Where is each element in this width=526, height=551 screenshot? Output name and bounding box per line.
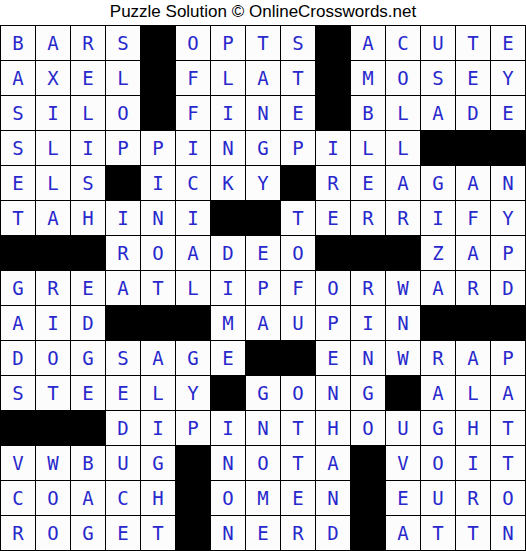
letter-cell: T <box>281 411 316 446</box>
letter-cell: T <box>491 411 526 446</box>
letter-cell: Z <box>421 236 456 271</box>
black-cell <box>176 481 211 516</box>
letter-cell: G <box>351 376 386 411</box>
letter-cell: O <box>211 481 246 516</box>
letter-cell: I <box>36 306 71 341</box>
letter-cell: B <box>71 446 106 481</box>
black-cell <box>316 96 351 131</box>
letter-cell: S <box>1 131 36 166</box>
letter-cell: F <box>281 271 316 306</box>
letter-cell: I <box>316 131 351 166</box>
letter-cell: L <box>386 96 421 131</box>
black-cell <box>71 236 106 271</box>
black-cell <box>141 306 176 341</box>
black-cell <box>351 481 386 516</box>
black-cell <box>316 236 351 271</box>
letter-cell: B <box>351 96 386 131</box>
letter-cell: T <box>456 516 491 551</box>
letter-cell: T <box>36 376 71 411</box>
letter-cell: O <box>36 516 71 551</box>
letter-cell: A <box>421 271 456 306</box>
black-cell <box>281 166 316 201</box>
letter-cell: O <box>351 411 386 446</box>
letter-cell: I <box>106 201 141 236</box>
letter-cell: E <box>106 516 141 551</box>
letter-cell: A <box>421 376 456 411</box>
letter-cell: I <box>211 96 246 131</box>
letter-cell: O <box>386 61 421 96</box>
black-cell <box>456 131 491 166</box>
letter-cell: P <box>316 306 351 341</box>
letter-cell: O <box>281 376 316 411</box>
letter-cell: I <box>141 411 176 446</box>
letter-cell: N <box>211 131 246 166</box>
letter-cell: V <box>1 446 36 481</box>
letter-cell: L <box>176 271 211 306</box>
letter-cell: A <box>246 61 281 96</box>
letter-cell: A <box>456 166 491 201</box>
letter-cell: T <box>1 201 36 236</box>
black-cell <box>351 236 386 271</box>
letter-cell: E <box>1 166 36 201</box>
letter-cell: T <box>141 516 176 551</box>
letter-cell: Y <box>176 376 211 411</box>
letter-cell: L <box>36 166 71 201</box>
letter-cell: A <box>141 341 176 376</box>
letter-cell: A <box>246 306 281 341</box>
letter-cell: U <box>421 26 456 61</box>
black-cell <box>36 411 71 446</box>
letter-cell: R <box>281 516 316 551</box>
black-cell <box>141 26 176 61</box>
letter-cell: N <box>141 201 176 236</box>
letter-cell: P <box>281 131 316 166</box>
letter-cell: A <box>71 481 106 516</box>
letter-cell: L <box>351 131 386 166</box>
letter-cell: E <box>246 236 281 271</box>
letter-cell: R <box>106 236 141 271</box>
black-cell <box>351 446 386 481</box>
letter-cell: W <box>386 271 421 306</box>
letter-cell: A <box>491 376 526 411</box>
letter-cell: O <box>316 271 351 306</box>
letter-cell: S <box>71 166 106 201</box>
letter-cell: E <box>246 516 281 551</box>
black-cell <box>141 96 176 131</box>
letter-cell: R <box>386 201 421 236</box>
letter-cell: Y <box>491 201 526 236</box>
letter-cell: L <box>211 61 246 96</box>
letter-cell: E <box>351 166 386 201</box>
letter-cell: N <box>211 446 246 481</box>
letter-cell: R <box>1 516 36 551</box>
letter-cell: Y <box>246 166 281 201</box>
black-cell <box>71 411 106 446</box>
letter-cell: D <box>316 516 351 551</box>
black-cell <box>141 61 176 96</box>
letter-cell: N <box>491 166 526 201</box>
black-cell <box>246 341 281 376</box>
letter-cell: O <box>246 446 281 481</box>
letter-cell: S <box>1 96 36 131</box>
letter-cell: E <box>281 481 316 516</box>
letter-cell: D <box>71 306 106 341</box>
letter-cell: E <box>71 61 106 96</box>
letter-cell: D <box>456 96 491 131</box>
black-cell <box>211 376 246 411</box>
black-cell <box>1 411 36 446</box>
black-cell <box>176 446 211 481</box>
letter-cell: A <box>456 341 491 376</box>
letter-cell: R <box>316 166 351 201</box>
letter-cell: N <box>246 96 281 131</box>
letter-cell: U <box>421 481 456 516</box>
letter-cell: U <box>106 446 141 481</box>
letter-cell: T <box>281 61 316 96</box>
letter-cell: S <box>106 26 141 61</box>
letter-cell: E <box>71 271 106 306</box>
letter-cell: I <box>351 306 386 341</box>
letter-cell: A <box>36 26 71 61</box>
letter-cell: O <box>491 481 526 516</box>
letter-cell: C <box>106 481 141 516</box>
letter-cell: A <box>386 166 421 201</box>
letter-cell: W <box>386 341 421 376</box>
letter-cell: D <box>491 271 526 306</box>
letter-cell: C <box>386 26 421 61</box>
letter-cell: M <box>211 306 246 341</box>
letter-cell: T <box>491 446 526 481</box>
letter-cell: G <box>71 341 106 376</box>
letter-cell: R <box>36 271 71 306</box>
black-cell <box>421 131 456 166</box>
black-cell <box>176 516 211 551</box>
letter-cell: O <box>36 341 71 376</box>
letter-cell: C <box>1 481 36 516</box>
letter-cell: H <box>456 411 491 446</box>
letter-cell: E <box>491 96 526 131</box>
letter-cell: I <box>176 201 211 236</box>
letter-cell: T <box>281 201 316 236</box>
letter-cell: N <box>316 376 351 411</box>
black-cell <box>316 26 351 61</box>
letter-cell: I <box>141 166 176 201</box>
letter-cell: O <box>36 481 71 516</box>
letter-cell: O <box>106 96 141 131</box>
letter-cell: N <box>386 306 421 341</box>
letter-cell: T <box>421 516 456 551</box>
page-title: Puzzle Solution © OnlineCrosswords.net <box>0 0 526 25</box>
letter-cell: D <box>211 236 246 271</box>
letter-cell: R <box>456 481 491 516</box>
black-cell <box>386 236 421 271</box>
letter-cell: T <box>141 271 176 306</box>
letter-cell: H <box>316 411 351 446</box>
black-cell <box>106 306 141 341</box>
black-cell <box>386 376 421 411</box>
letter-cell: S <box>281 26 316 61</box>
letter-cell: T <box>281 446 316 481</box>
letter-cell: L <box>106 61 141 96</box>
letter-cell: G <box>246 376 281 411</box>
letter-cell: D <box>1 341 36 376</box>
letter-cell: R <box>456 271 491 306</box>
letter-cell: G <box>1 271 36 306</box>
black-cell <box>246 201 281 236</box>
black-cell <box>421 306 456 341</box>
letter-cell: H <box>141 481 176 516</box>
letter-cell: A <box>36 201 71 236</box>
letter-cell: V <box>386 446 421 481</box>
letter-cell: O <box>281 236 316 271</box>
letter-cell: N <box>316 481 351 516</box>
letter-cell: P <box>491 341 526 376</box>
letter-cell: B <box>1 26 36 61</box>
letter-cell: I <box>211 271 246 306</box>
black-cell <box>106 166 141 201</box>
letter-cell: E <box>386 481 421 516</box>
letter-cell: E <box>491 26 526 61</box>
letter-cell: G <box>246 131 281 166</box>
letter-cell: P <box>141 131 176 166</box>
letter-cell: S <box>421 61 456 96</box>
letter-cell: M <box>246 481 281 516</box>
black-cell <box>456 306 491 341</box>
letter-cell: T <box>246 26 281 61</box>
letter-cell: L <box>71 96 106 131</box>
letter-cell: E <box>316 341 351 376</box>
letter-cell: K <box>211 166 246 201</box>
black-cell <box>211 201 246 236</box>
letter-cell: N <box>491 516 526 551</box>
letter-cell: X <box>36 61 71 96</box>
letter-cell: G <box>141 446 176 481</box>
letter-cell: Y <box>491 61 526 96</box>
letter-cell: P <box>246 271 281 306</box>
letter-cell: E <box>211 341 246 376</box>
letter-cell: A <box>1 306 36 341</box>
crossword-grid: BARSOPTSACUTEAXELFLATMOSEYSILOFINEBLADES… <box>0 25 526 551</box>
letter-cell: F <box>176 61 211 96</box>
letter-cell: F <box>176 96 211 131</box>
letter-cell: N <box>246 411 281 446</box>
letter-cell: A <box>176 236 211 271</box>
letter-cell: H <box>71 201 106 236</box>
letter-cell: S <box>106 341 141 376</box>
letter-cell: P <box>176 411 211 446</box>
black-cell <box>1 236 36 271</box>
letter-cell: G <box>421 166 456 201</box>
letter-cell: T <box>456 26 491 61</box>
letter-cell: U <box>386 411 421 446</box>
letter-cell: R <box>351 271 386 306</box>
letter-cell: O <box>141 236 176 271</box>
letter-cell: P <box>491 236 526 271</box>
letter-cell: U <box>281 306 316 341</box>
letter-cell: L <box>141 376 176 411</box>
letter-cell: N <box>211 516 246 551</box>
black-cell <box>281 341 316 376</box>
black-cell <box>491 306 526 341</box>
letter-cell: E <box>316 201 351 236</box>
letter-cell: I <box>71 131 106 166</box>
letter-cell: R <box>421 341 456 376</box>
letter-cell: D <box>106 411 141 446</box>
letter-cell: G <box>71 516 106 551</box>
letter-cell: I <box>211 411 246 446</box>
letter-cell: G <box>176 341 211 376</box>
black-cell <box>36 236 71 271</box>
black-cell <box>316 61 351 96</box>
letter-cell: L <box>36 131 71 166</box>
black-cell <box>351 516 386 551</box>
letter-cell: O <box>176 26 211 61</box>
letter-cell: I <box>36 96 71 131</box>
letter-cell: E <box>456 61 491 96</box>
letter-cell: P <box>106 131 141 166</box>
letter-cell: M <box>351 61 386 96</box>
letter-cell: P <box>211 26 246 61</box>
letter-cell: L <box>456 376 491 411</box>
letter-cell: A <box>1 61 36 96</box>
letter-cell: I <box>456 446 491 481</box>
letter-cell: G <box>421 411 456 446</box>
letter-cell: E <box>106 376 141 411</box>
letter-cell: N <box>351 341 386 376</box>
letter-cell: A <box>351 26 386 61</box>
letter-cell: A <box>456 236 491 271</box>
letter-cell: A <box>386 516 421 551</box>
letter-cell: O <box>421 446 456 481</box>
letter-cell: W <box>36 446 71 481</box>
black-cell <box>176 306 211 341</box>
letter-cell: F <box>456 201 491 236</box>
letter-cell: R <box>351 201 386 236</box>
letter-cell: L <box>386 131 421 166</box>
letter-cell: A <box>316 446 351 481</box>
letter-cell: R <box>71 26 106 61</box>
letter-cell: I <box>421 201 456 236</box>
letter-cell: E <box>71 376 106 411</box>
crossword-solution-page: Puzzle Solution © OnlineCrosswords.net B… <box>0 0 526 551</box>
letter-cell: E <box>281 96 316 131</box>
letter-cell: A <box>106 271 141 306</box>
letter-cell: A <box>421 96 456 131</box>
letter-cell: I <box>176 131 211 166</box>
letter-cell: C <box>176 166 211 201</box>
black-cell <box>491 131 526 166</box>
letter-cell: S <box>1 376 36 411</box>
